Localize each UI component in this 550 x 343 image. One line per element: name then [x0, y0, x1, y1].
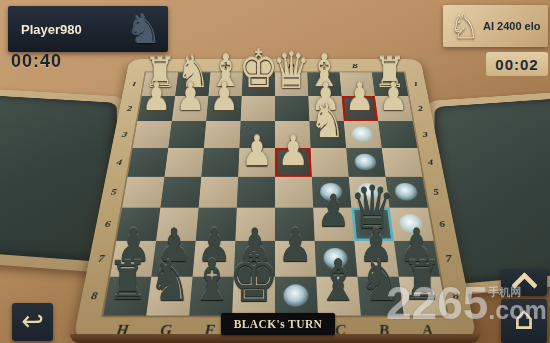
- square-b3[interactable]: [344, 121, 382, 148]
- square-b2[interactable]: [342, 96, 379, 121]
- game-screen: 12345678 12345678 HGFEDCBA HGFEDCBA ♜♝♛♚…: [0, 0, 550, 343]
- coord-label-5: 5: [102, 177, 125, 208]
- square-d4[interactable]: [275, 148, 312, 177]
- coord-label-3: 3: [415, 121, 436, 148]
- square-f1[interactable]: [208, 72, 242, 96]
- square-d1[interactable]: [275, 72, 308, 96]
- coord-label-8: 8: [443, 277, 469, 316]
- square-d3[interactable]: [275, 121, 311, 148]
- square-d8[interactable]: [275, 277, 318, 316]
- square-b4[interactable]: [346, 148, 385, 177]
- ai-badge: ♘ AI 2400 elo: [443, 5, 548, 47]
- coord-label-6: 6: [96, 208, 120, 241]
- coord-label-G: G: [178, 60, 211, 70]
- coord-label-3: 3: [114, 121, 135, 148]
- player-badge: Player980 ♞: [8, 6, 168, 52]
- ai-timer: 00:02: [486, 52, 548, 76]
- coord-label-F: F: [211, 60, 244, 70]
- coord-label-A: A: [370, 60, 404, 70]
- move-hint-b3[interactable]: [351, 127, 373, 143]
- square-a5[interactable]: [386, 177, 428, 208]
- square-c7[interactable]: [315, 241, 358, 277]
- square-h2[interactable]: [137, 96, 175, 121]
- coord-label-4: 4: [420, 148, 442, 177]
- square-a3[interactable]: [378, 121, 417, 148]
- square-g3[interactable]: [168, 121, 206, 148]
- square-a6[interactable]: [390, 208, 434, 241]
- square-g8[interactable]: [146, 277, 192, 316]
- square-d7[interactable]: [275, 241, 316, 277]
- coord-label-5: 5: [425, 177, 448, 208]
- coord-label-4: 4: [108, 148, 130, 177]
- board-front-edge: [70, 334, 480, 343]
- square-a2[interactable]: [375, 96, 413, 121]
- square-h1[interactable]: [142, 72, 178, 96]
- move-hint-a6[interactable]: [398, 214, 424, 234]
- ai-name: AI 2400 elo: [479, 20, 548, 32]
- home-icon: ⌂: [514, 299, 534, 337]
- move-hint-c7[interactable]: [323, 248, 348, 269]
- coord-label-D: D: [275, 60, 307, 70]
- square-a7[interactable]: [394, 241, 440, 277]
- square-d5[interactable]: [275, 177, 313, 208]
- coord-label-2: 2: [119, 96, 139, 121]
- chevron-up-icon: [511, 272, 538, 299]
- turn-banner: BLACK's TURN: [221, 313, 335, 335]
- square-c8[interactable]: [316, 277, 361, 316]
- black-knight-icon: ♞: [126, 6, 168, 52]
- square-f4[interactable]: [201, 148, 239, 177]
- coord-label-B: B: [338, 60, 371, 70]
- square-c6[interactable]: [313, 208, 354, 241]
- undo-button[interactable]: ↩: [12, 303, 53, 341]
- move-hint-b5[interactable]: [357, 183, 381, 201]
- square-g1[interactable]: [175, 72, 210, 96]
- square-e6[interactable]: [235, 208, 275, 241]
- ai-timer-value: 00:02: [495, 56, 538, 73]
- square-f5[interactable]: [199, 177, 239, 208]
- undo-arrow-icon: ↩: [21, 305, 44, 336]
- square-d2[interactable]: [275, 96, 309, 121]
- square-f6[interactable]: [196, 208, 237, 241]
- square-e7[interactable]: [234, 241, 275, 277]
- coord-label-1: 1: [406, 72, 425, 96]
- square-g6[interactable]: [156, 208, 199, 241]
- square-e5[interactable]: [237, 177, 275, 208]
- square-h8[interactable]: [103, 277, 151, 316]
- square-e1[interactable]: [242, 72, 275, 96]
- square-b8[interactable]: [357, 277, 403, 316]
- coord-label-C: C: [307, 60, 340, 70]
- coord-label-1: 1: [124, 72, 143, 96]
- square-f3[interactable]: [204, 121, 241, 148]
- square-a8[interactable]: [399, 277, 447, 316]
- file-labels-top: HGFEDCBA: [146, 60, 403, 70]
- square-a1[interactable]: [372, 72, 408, 96]
- coord-label-E: E: [243, 60, 275, 70]
- square-h5[interactable]: [122, 177, 164, 208]
- move-hint-b4[interactable]: [354, 154, 377, 171]
- square-e2[interactable]: [241, 96, 275, 121]
- move-hint-a5[interactable]: [394, 183, 419, 201]
- square-c2[interactable]: [308, 96, 344, 121]
- square-g2[interactable]: [172, 96, 209, 121]
- coord-label-6: 6: [430, 208, 454, 241]
- home-button[interactable]: ⌂: [501, 299, 547, 343]
- square-b1[interactable]: [340, 72, 375, 96]
- square-e8[interactable]: [232, 277, 275, 316]
- player-name: Player980: [8, 22, 126, 37]
- square-h7[interactable]: [110, 241, 156, 277]
- square-e3[interactable]: [239, 121, 275, 148]
- chess-board[interactable]: 12345678 12345678 HGFEDCBA HGFEDCBA: [73, 59, 477, 340]
- square-c4[interactable]: [311, 148, 349, 177]
- square-g7[interactable]: [151, 241, 195, 277]
- board-grid: [103, 72, 446, 315]
- square-d6[interactable]: [275, 208, 315, 241]
- square-c1[interactable]: [307, 72, 341, 96]
- square-a4[interactable]: [382, 148, 423, 177]
- player-timer: 00:40: [11, 51, 62, 72]
- coord-label-2: 2: [410, 96, 430, 121]
- white-knight-icon: ♘: [443, 6, 479, 46]
- square-b5[interactable]: [349, 177, 390, 208]
- square-b6[interactable]: [351, 208, 394, 241]
- square-g4[interactable]: [164, 148, 203, 177]
- square-c3[interactable]: [309, 121, 346, 148]
- square-f7[interactable]: [193, 241, 236, 277]
- turn-banner-text: BLACK's TURN: [234, 318, 323, 330]
- coord-label-7: 7: [436, 241, 461, 277]
- square-h6[interactable]: [116, 208, 160, 241]
- move-hint-c5[interactable]: [320, 183, 343, 201]
- coord-label-H: H: [146, 60, 180, 70]
- square-b7[interactable]: [354, 241, 398, 277]
- square-f8[interactable]: [189, 277, 234, 316]
- square-e4[interactable]: [238, 148, 275, 177]
- square-c5[interactable]: [312, 177, 352, 208]
- square-h3[interactable]: [133, 121, 172, 148]
- square-f2[interactable]: [206, 96, 242, 121]
- collapse-button[interactable]: [501, 269, 547, 296]
- move-hint-d8[interactable]: [284, 284, 309, 307]
- square-h4[interactable]: [128, 148, 169, 177]
- square-g5[interactable]: [160, 177, 201, 208]
